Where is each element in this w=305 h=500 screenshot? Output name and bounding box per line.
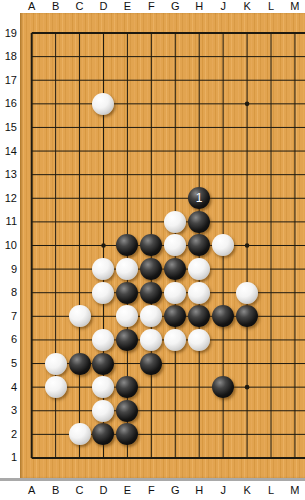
column-labels-bottom: ABCDEFGHJKLM xyxy=(0,481,305,500)
black-stone-f8 xyxy=(140,282,162,304)
black-stone-d5 xyxy=(92,353,114,375)
row-label-9: 9 xyxy=(0,263,17,276)
white-stone-f7 xyxy=(140,305,162,327)
white-stone-j10 xyxy=(212,234,234,256)
black-stone-f10 xyxy=(140,234,162,256)
white-stone-d8 xyxy=(92,282,114,304)
white-stone-g8 xyxy=(164,282,186,304)
row-label-16: 16 xyxy=(0,97,17,110)
row-label-8: 8 xyxy=(0,286,17,299)
column-label-j: J xyxy=(220,481,226,499)
white-stone-h9 xyxy=(188,258,210,280)
black-stone-e4 xyxy=(116,376,138,398)
column-label-j: J xyxy=(220,0,226,13)
white-stone-g11 xyxy=(164,211,186,233)
white-stone-d3 xyxy=(92,400,114,422)
black-stone-j7 xyxy=(212,305,234,327)
white-stone-d6 xyxy=(92,329,114,351)
black-stone-f5 xyxy=(140,353,162,375)
black-stone-g9 xyxy=(164,258,186,280)
column-label-a: A xyxy=(28,0,35,13)
column-label-f: F xyxy=(148,0,155,13)
black-stone-e3 xyxy=(116,400,138,422)
column-label-d: D xyxy=(100,0,108,13)
column-labels-top: ABCDEFGHJKLM xyxy=(0,0,305,13)
white-stone-c7 xyxy=(69,305,91,327)
white-stone-f6 xyxy=(140,329,162,351)
white-stone-d9 xyxy=(92,258,114,280)
move-number-label: 1 xyxy=(188,187,210,209)
white-stone-h6 xyxy=(188,329,210,351)
row-label-1: 1 xyxy=(0,451,17,464)
white-stone-e9 xyxy=(116,258,138,280)
column-label-f: F xyxy=(148,481,155,499)
black-stone-k7 xyxy=(236,305,258,327)
white-stone-g6 xyxy=(164,329,186,351)
row-label-5: 5 xyxy=(0,357,17,370)
black-stone-e8 xyxy=(116,282,138,304)
white-stone-c2 xyxy=(69,423,91,445)
white-stone-k8 xyxy=(236,282,258,304)
white-stone-h8 xyxy=(188,282,210,304)
column-label-k: K xyxy=(243,481,250,499)
row-label-6: 6 xyxy=(0,333,17,346)
row-label-19: 19 xyxy=(0,27,17,40)
white-stone-e7 xyxy=(116,305,138,327)
column-label-m: M xyxy=(290,481,299,499)
column-label-c: C xyxy=(76,0,84,13)
row-label-2: 2 xyxy=(0,428,17,441)
column-label-l: L xyxy=(268,0,274,13)
white-stone-d16 xyxy=(92,93,114,115)
row-label-11: 11 xyxy=(0,215,17,228)
column-label-e: E xyxy=(124,0,131,13)
white-stone-b5 xyxy=(45,353,67,375)
row-label-13: 13 xyxy=(0,168,17,181)
column-label-d: D xyxy=(100,481,108,499)
black-stone-j4 xyxy=(212,376,234,398)
go-board[interactable]: 1 xyxy=(20,13,305,478)
column-label-l: L xyxy=(268,481,274,499)
black-stone-h11 xyxy=(188,211,210,233)
row-label-7: 7 xyxy=(0,310,17,323)
row-label-17: 17 xyxy=(0,74,17,87)
black-stone-h12: 1 xyxy=(188,187,210,209)
black-stone-g7 xyxy=(164,305,186,327)
black-stone-h10 xyxy=(188,234,210,256)
row-label-18: 18 xyxy=(0,50,17,63)
black-stone-c5 xyxy=(69,353,91,375)
column-label-m: M xyxy=(290,0,299,13)
go-board-app: ABCDEFGHJKLM 191817161514131211109876543… xyxy=(0,0,305,500)
column-label-k: K xyxy=(243,0,250,13)
column-label-g: G xyxy=(171,481,180,499)
stones-grid: 1 xyxy=(20,21,305,470)
white-stone-g10 xyxy=(164,234,186,256)
row-label-12: 12 xyxy=(0,192,17,205)
column-label-a: A xyxy=(28,481,35,499)
white-stone-d4 xyxy=(92,376,114,398)
row-labels-left: 19181716151413121110987654321 xyxy=(0,13,19,478)
black-stone-f9 xyxy=(140,258,162,280)
white-stone-b4 xyxy=(45,376,67,398)
column-label-c: C xyxy=(76,481,84,499)
row-label-10: 10 xyxy=(0,239,17,252)
black-stone-e2 xyxy=(116,423,138,445)
row-label-14: 14 xyxy=(0,145,17,158)
column-label-e: E xyxy=(124,481,131,499)
row-label-4: 4 xyxy=(0,381,17,394)
column-label-h: H xyxy=(195,0,203,13)
black-stone-e10 xyxy=(116,234,138,256)
column-label-h: H xyxy=(195,481,203,499)
black-stone-d2 xyxy=(92,423,114,445)
column-label-b: B xyxy=(52,481,59,499)
black-stone-e6 xyxy=(116,329,138,351)
row-label-15: 15 xyxy=(0,121,17,134)
black-stone-h7 xyxy=(188,305,210,327)
column-label-g: G xyxy=(171,0,180,13)
column-label-b: B xyxy=(52,0,59,13)
row-label-3: 3 xyxy=(0,404,17,417)
